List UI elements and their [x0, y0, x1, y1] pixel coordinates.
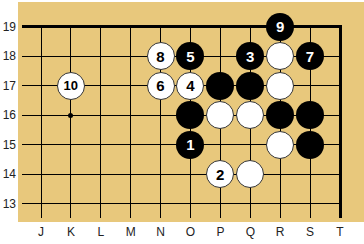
column-label-R: R: [269, 225, 291, 239]
stone-white-P16[interactable]: [206, 101, 234, 129]
column-label-L: L: [90, 225, 112, 239]
column-label-M: M: [120, 225, 142, 239]
column-label-J: J: [30, 225, 52, 239]
stone-black-Q18[interactable]: 3: [236, 42, 264, 70]
move-number: 7: [306, 49, 314, 64]
move-number: 4: [186, 78, 194, 93]
move-number: 9: [276, 19, 284, 34]
stone-white-N18[interactable]: 8: [147, 42, 175, 70]
stone-black-S15[interactable]: [296, 131, 324, 159]
move-number: 2: [216, 167, 224, 182]
stone-black-O18[interactable]: 5: [176, 42, 204, 70]
stone-black-P17[interactable]: [206, 72, 234, 100]
move-number: 3: [246, 49, 254, 64]
stone-white-R17[interactable]: [266, 72, 294, 100]
row-label-18: 18: [0, 49, 16, 63]
column-label-K: K: [60, 225, 82, 239]
move-number: 6: [156, 78, 164, 93]
stone-black-R19[interactable]: 9: [266, 13, 294, 41]
stone-white-K17[interactable]: 10: [57, 72, 85, 100]
row-label-14: 14: [0, 167, 16, 181]
stone-black-O16[interactable]: [176, 101, 204, 129]
stones-layer: 98537106412: [26, 12, 355, 219]
go-diagram: 98537106412 JKLMNOPQRST 19181716151413: [0, 0, 364, 244]
move-number: 1: [186, 137, 194, 152]
stone-black-S16[interactable]: [296, 101, 324, 129]
stone-white-O17[interactable]: 4: [176, 72, 204, 100]
row-label-13: 13: [0, 197, 16, 211]
stone-black-S18[interactable]: 7: [296, 42, 324, 70]
stone-white-R15[interactable]: [266, 131, 294, 159]
stone-black-Q17[interactable]: [236, 72, 264, 100]
column-label-S: S: [299, 225, 321, 239]
row-label-19: 19: [0, 20, 16, 34]
column-label-Q: Q: [239, 225, 261, 239]
stone-white-Q14[interactable]: [236, 160, 264, 188]
stone-white-R18[interactable]: [266, 42, 294, 70]
stone-white-N17[interactable]: 6: [147, 72, 175, 100]
stone-white-P14[interactable]: 2: [206, 160, 234, 188]
column-label-O: O: [180, 225, 202, 239]
row-label-17: 17: [0, 79, 16, 93]
stone-white-Q16[interactable]: [236, 101, 264, 129]
stone-black-R16[interactable]: [266, 101, 294, 129]
column-label-N: N: [150, 225, 172, 239]
stone-black-O15[interactable]: 1: [176, 131, 204, 159]
column-label-T: T: [329, 225, 351, 239]
move-number: 8: [156, 49, 164, 64]
move-number: 10: [64, 79, 78, 92]
row-label-15: 15: [0, 138, 16, 152]
move-number: 5: [186, 49, 194, 64]
row-label-16: 16: [0, 108, 16, 122]
column-label-P: P: [209, 225, 231, 239]
